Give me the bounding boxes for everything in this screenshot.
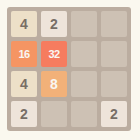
board-2048[interactable]: 4216324822	[7, 7, 131, 131]
tile-8: 8	[41, 71, 67, 97]
empty-cell	[71, 101, 97, 127]
empty-cell	[101, 11, 127, 37]
tile-16: 16	[11, 41, 37, 67]
tile-2: 2	[41, 11, 67, 37]
empty-cell	[71, 41, 97, 67]
empty-cell	[101, 71, 127, 97]
empty-cell	[41, 101, 67, 127]
empty-cell	[71, 11, 97, 37]
tile-2: 2	[11, 101, 37, 127]
tile-4: 4	[11, 11, 37, 37]
empty-cell	[71, 71, 97, 97]
tile-32: 32	[41, 41, 67, 67]
tile-4: 4	[11, 71, 37, 97]
tile-2: 2	[101, 101, 127, 127]
empty-cell	[101, 41, 127, 67]
